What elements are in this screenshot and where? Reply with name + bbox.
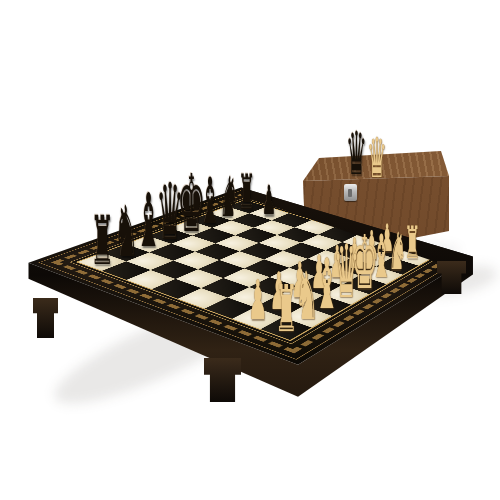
piece-black-knight[interactable]: ♞ bbox=[112, 196, 140, 266]
chess-set-product-photo: ♜♞♝♛♚♝♞♜♟♟♟♟♟♟♟♟♟♜♞♝♛♚♝♞♜♛♛ bbox=[0, 0, 500, 500]
piece-white-rook[interactable]: ♜ bbox=[273, 277, 299, 341]
pieces-layer: ♜♞♝♛♚♝♞♜♟♟♟♟♟♟♟♟♟♜♞♝♛♚♝♞♜♛♛ bbox=[0, 0, 500, 500]
piece-black-rook[interactable]: ♜ bbox=[237, 168, 256, 216]
piece-black-pawn[interactable]: ♟ bbox=[261, 181, 277, 221]
piece-white-pawn[interactable]: ♟ bbox=[247, 274, 269, 329]
piece-black-queen[interactable]: ♛ bbox=[344, 124, 368, 183]
piece-white-queen[interactable]: ♛ bbox=[366, 130, 388, 185]
piece-black-rook[interactable]: ♜ bbox=[89, 208, 116, 276]
